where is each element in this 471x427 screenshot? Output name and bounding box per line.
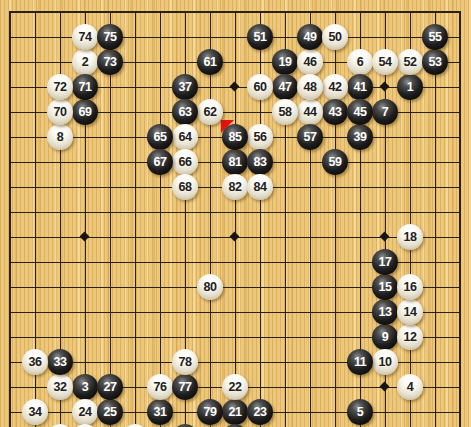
stone-move-number: 72: [54, 80, 67, 94]
stone-white-14[interactable]: 14: [397, 299, 423, 325]
stone-move-number: 1: [407, 80, 413, 94]
stone-white-2[interactable]: 2: [72, 49, 98, 75]
stone-move-number: 12: [404, 330, 417, 344]
stone-black-3[interactable]: 3: [72, 374, 98, 400]
stone-white-32[interactable]: 32: [47, 374, 73, 400]
star-point: [380, 382, 390, 392]
stone-move-number: 55: [429, 30, 442, 44]
stone-move-number: 64: [179, 130, 192, 144]
stone-move-number: 54: [379, 55, 392, 69]
stone-move-number: 15: [379, 280, 392, 294]
stone-move-number: 33: [54, 355, 67, 369]
stone-black-85[interactable]: 85: [222, 124, 248, 150]
stone-white-54[interactable]: 54: [372, 49, 398, 75]
star-point: [380, 82, 390, 92]
stone-move-number: 58: [279, 105, 292, 119]
stone-move-number: 34: [29, 405, 42, 419]
stone-move-number: 27: [104, 380, 117, 394]
stone-move-number: 37: [179, 80, 192, 94]
stone-move-number: 74: [79, 30, 92, 44]
stone-move-number: 31: [154, 405, 167, 419]
stone-move-number: 41: [354, 80, 367, 94]
stone-black-41[interactable]: 41: [347, 74, 373, 100]
stone-move-number: 4: [407, 380, 413, 394]
stone-move-number: 21: [229, 405, 242, 419]
stone-white-10[interactable]: 10: [372, 349, 398, 375]
stone-move-number: 45: [354, 105, 367, 119]
stone-black-31[interactable]: 31: [147, 399, 173, 425]
stone-move-number: 81: [229, 155, 242, 169]
stone-black-83[interactable]: 83: [247, 149, 273, 175]
stone-white-52[interactable]: 52: [397, 49, 423, 75]
stone-black-37[interactable]: 37: [172, 74, 198, 100]
stone-move-number: 3: [82, 380, 88, 394]
grid-line: [160, 11, 161, 427]
stone-white-64[interactable]: 64: [172, 124, 198, 150]
grid-line: [235, 11, 236, 427]
stone-white-12[interactable]: 12: [397, 324, 423, 350]
stone-move-number: 2: [82, 55, 88, 69]
stone-move-number: 78: [179, 355, 192, 369]
star-point: [230, 82, 240, 92]
stone-white-84[interactable]: 84: [247, 174, 273, 200]
stone-black-63[interactable]: 63: [172, 99, 198, 125]
stone-black-55[interactable]: 55: [422, 24, 448, 50]
stone-black-61[interactable]: 61: [197, 49, 223, 75]
stone-black-7[interactable]: 7: [372, 99, 398, 125]
stone-move-number: 65: [154, 130, 167, 144]
stone-black-5[interactable]: 5: [347, 399, 373, 425]
stone-black-69[interactable]: 69: [72, 99, 98, 125]
stone-black-43[interactable]: 43: [322, 99, 348, 125]
stone-black-81[interactable]: 81: [222, 149, 248, 175]
go-board-diagram: 1234567891011121314151617181921222324252…: [0, 0, 471, 427]
stone-move-number: 22: [229, 380, 242, 394]
stone-move-number: 23: [254, 405, 267, 419]
stone-white-72[interactable]: 72: [47, 74, 73, 100]
stone-move-number: 19: [279, 55, 292, 69]
stone-move-number: 9: [382, 330, 388, 344]
stone-move-number: 44: [304, 105, 317, 119]
stone-white-82[interactable]: 82: [222, 174, 248, 200]
stone-white-48[interactable]: 48: [297, 74, 323, 100]
stone-move-number: 13: [379, 305, 392, 319]
stone-black-11[interactable]: 11: [347, 349, 373, 375]
stone-move-number: 24: [79, 405, 92, 419]
stone-move-number: 17: [379, 255, 392, 269]
stone-white-24[interactable]: 24: [72, 399, 98, 425]
stone-move-number: 18: [404, 230, 417, 244]
stone-move-number: 14: [404, 305, 417, 319]
stone-move-number: 67: [154, 155, 167, 169]
stone-black-49[interactable]: 49: [297, 24, 323, 50]
stone-black-71[interactable]: 71: [72, 74, 98, 100]
stone-move-number: 68: [179, 180, 192, 194]
stone-white-80[interactable]: 80: [197, 274, 223, 300]
stone-move-number: 82: [229, 180, 242, 194]
stone-white-44[interactable]: 44: [297, 99, 323, 125]
stone-move-number: 83: [254, 155, 267, 169]
stone-black-77[interactable]: 77: [172, 374, 198, 400]
stone-move-number: 42: [329, 80, 342, 94]
stone-move-number: 5: [357, 405, 363, 419]
stone-move-number: 6: [357, 55, 363, 69]
stone-white-36[interactable]: 36: [22, 349, 48, 375]
stone-move-number: 66: [179, 155, 192, 169]
stone-white-16[interactable]: 16: [397, 274, 423, 300]
stone-black-33[interactable]: 33: [47, 349, 73, 375]
stone-move-number: 60: [254, 80, 267, 94]
stone-black-15[interactable]: 15: [372, 274, 398, 300]
stone-white-70[interactable]: 70: [47, 99, 73, 125]
stone-move-number: 25: [104, 405, 117, 419]
stone-black-67[interactable]: 67: [147, 149, 173, 175]
star-point: [380, 232, 390, 242]
stone-white-22[interactable]: 22: [222, 374, 248, 400]
stone-white-60[interactable]: 60: [247, 74, 273, 100]
stone-white-66[interactable]: 66: [172, 149, 198, 175]
stone-white-46[interactable]: 46: [297, 49, 323, 75]
grid-line: [9, 11, 11, 427]
stone-move-number: 32: [54, 380, 67, 394]
stone-white-78[interactable]: 78: [172, 349, 198, 375]
stone-white-34[interactable]: 34: [22, 399, 48, 425]
stone-move-number: 53: [429, 55, 442, 69]
stone-white-8[interactable]: 8: [47, 124, 73, 150]
star-point: [230, 232, 240, 242]
stone-move-number: 63: [179, 105, 192, 119]
stone-black-19[interactable]: 19: [272, 49, 298, 75]
stone-white-68[interactable]: 68: [172, 174, 198, 200]
stone-black-45[interactable]: 45: [347, 99, 373, 125]
stone-move-number: 79: [204, 405, 217, 419]
stone-black-27[interactable]: 27: [97, 374, 123, 400]
stone-move-number: 57: [304, 130, 317, 144]
stone-white-50[interactable]: 50: [322, 24, 348, 50]
stone-move-number: 75: [104, 30, 117, 44]
stone-move-number: 7: [382, 105, 388, 119]
stone-black-57[interactable]: 57: [297, 124, 323, 150]
stone-move-number: 16: [404, 280, 417, 294]
stone-move-number: 70: [54, 105, 67, 119]
stone-black-59[interactable]: 59: [322, 149, 348, 175]
stone-move-number: 71: [79, 80, 92, 94]
stone-black-79[interactable]: 79: [197, 399, 223, 425]
stone-move-number: 43: [329, 105, 342, 119]
stone-move-number: 51: [254, 30, 267, 44]
stone-black-75[interactable]: 75: [97, 24, 123, 50]
stone-move-number: 76: [154, 380, 167, 394]
stone-move-number: 8: [57, 130, 63, 144]
stone-move-number: 69: [79, 105, 92, 119]
stone-move-number: 80: [204, 280, 217, 294]
grid-line: [135, 11, 136, 427]
stone-move-number: 62: [204, 105, 217, 119]
stone-move-number: 50: [329, 30, 342, 44]
stone-white-62[interactable]: 62: [197, 99, 223, 125]
stone-move-number: 11: [354, 355, 366, 369]
stone-move-number: 77: [179, 380, 192, 394]
stone-move-number: 73: [104, 55, 117, 69]
stone-white-18[interactable]: 18: [397, 224, 423, 250]
star-point: [80, 232, 90, 242]
stone-move-number: 10: [379, 355, 392, 369]
stone-move-number: 52: [404, 55, 417, 69]
stone-black-53[interactable]: 53: [422, 49, 448, 75]
stone-white-58[interactable]: 58: [272, 99, 298, 125]
stone-black-65[interactable]: 65: [147, 124, 173, 150]
stone-black-17[interactable]: 17: [372, 249, 398, 275]
stone-black-39[interactable]: 39: [347, 124, 373, 150]
stone-black-47[interactable]: 47: [272, 74, 298, 100]
stone-white-42[interactable]: 42: [322, 74, 348, 100]
stone-move-number: 85: [229, 130, 242, 144]
stone-move-number: 49: [304, 30, 317, 44]
grid-line: [9, 11, 461, 13]
stone-black-25[interactable]: 25: [97, 399, 123, 425]
stone-move-number: 39: [354, 130, 367, 144]
stone-move-number: 47: [279, 80, 292, 94]
stone-white-6[interactable]: 6: [347, 49, 373, 75]
stone-black-23[interactable]: 23: [247, 399, 273, 425]
stone-white-76[interactable]: 76: [147, 374, 173, 400]
stone-black-21[interactable]: 21: [222, 399, 248, 425]
stone-move-number: 36: [29, 355, 42, 369]
stone-move-number: 84: [254, 180, 267, 194]
stone-move-number: 59: [329, 155, 342, 169]
grid-line: [9, 212, 461, 213]
stone-move-number: 48: [304, 80, 317, 94]
stone-black-1[interactable]: 1: [397, 74, 423, 100]
stone-white-74[interactable]: 74: [72, 24, 98, 50]
stone-black-73[interactable]: 73: [97, 49, 123, 75]
stone-move-number: 61: [204, 55, 217, 69]
stone-white-4[interactable]: 4: [397, 374, 423, 400]
stone-black-9[interactable]: 9: [372, 324, 398, 350]
grid-line: [459, 11, 461, 427]
stone-white-56[interactable]: 56: [247, 124, 273, 150]
stone-move-number: 56: [254, 130, 267, 144]
stone-black-51[interactable]: 51: [247, 24, 273, 50]
stone-black-13[interactable]: 13: [372, 299, 398, 325]
stone-move-number: 46: [304, 55, 317, 69]
